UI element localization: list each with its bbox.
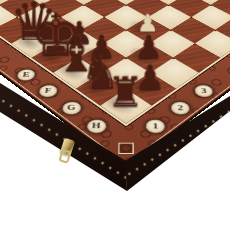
file-label-f: F bbox=[34, 81, 62, 100]
file-label-g: G bbox=[57, 98, 86, 118]
file-label-e: E bbox=[12, 66, 40, 84]
chess-set-photo: EFGH123♟♛♟♚♟♟♝♞♟♜ bbox=[0, 0, 230, 230]
rank-label-1: 1 bbox=[140, 115, 170, 136]
chess-board: EFGH123♟♛♟♚♟♟♝♞♟♜ bbox=[0, 0, 230, 169]
file-label-h: H bbox=[82, 115, 112, 136]
piece-black-rook-h1[interactable]: ♜ bbox=[98, 71, 151, 112]
rank-label-2: 2 bbox=[166, 98, 195, 118]
corner-diamond-ornament bbox=[118, 143, 134, 154]
rank-label-3: 3 bbox=[189, 81, 217, 100]
